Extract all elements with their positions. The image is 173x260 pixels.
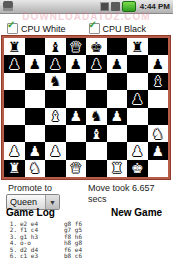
square-f6[interactable] [107,73,128,90]
square-c3[interactable] [45,125,66,142]
move-list: 1.e2 e4g8 f62.f1 c4g7 g53.g1 h3f8 h64.o-… [8,221,168,259]
square-g3[interactable] [127,125,148,142]
square-f5[interactable] [107,90,128,107]
black-move: b8 c6 [64,253,82,259]
square-d1[interactable]: ♛ [66,160,87,177]
square-e1[interactable] [86,160,107,177]
square-c5[interactable] [45,90,66,107]
square-c4[interactable]: ♝ [45,108,66,125]
cpu-toggle-row: ✓ CPU White ✓ CPU Black [7,22,167,35]
square-b8[interactable] [25,38,46,55]
square-b7[interactable]: ♟ [25,55,46,72]
square-e4[interactable]: ♞ [86,108,107,125]
chess-board-frame: ♜♝♛♚♜♟♟♟♟♟♟♟♞♝♟♝♟♞♟♝♞♟♟♟♟♟♜♞♛♜♚ [2,36,170,179]
app-icon [3,1,13,11]
black-pawn: ♟ [28,57,41,71]
square-h7[interactable]: ♟ [148,55,169,72]
square-d4[interactable]: ♟ [66,108,87,125]
white-king: ♚ [131,161,144,175]
square-d6[interactable] [66,73,87,90]
white-move: c1 e3 [20,253,54,259]
black-king: ♚ [90,40,103,54]
black-pawn: ♟ [8,57,21,71]
square-f4[interactable]: ♟ [107,108,128,125]
square-a6[interactable] [4,73,25,90]
square-f7[interactable]: ♟ [107,55,128,72]
square-g8[interactable]: ♜ [127,38,148,55]
square-e3[interactable]: ♝ [86,125,107,142]
check-icon: ✓ [89,20,97,30]
square-g4[interactable] [127,108,148,125]
square-g1[interactable]: ♚ [127,160,148,177]
black-bishop: ♝ [49,40,62,54]
black-pawn: ♟ [131,92,144,106]
square-a1[interactable]: ♜ [4,160,25,177]
square-h4[interactable] [148,108,169,125]
square-h3[interactable]: ♞ [148,125,169,142]
white-pawn: ♟ [131,144,144,158]
black-pawn: ♟ [110,57,123,71]
move-time-status: Move took 6.657 secs [88,183,168,205]
checkbox-box: ✓ [7,23,18,34]
square-g7[interactable] [127,55,148,72]
cpu-black-checkbox[interactable]: ✓ CPU Black [89,23,147,34]
square-e5[interactable] [86,90,107,107]
square-b1[interactable]: ♞ [25,160,46,177]
black-pawn: ♟ [151,57,164,71]
white-rook: ♜ [110,161,123,175]
square-e8[interactable]: ♚ [86,38,107,55]
move-number: 6. [8,253,17,259]
white-pawn: ♟ [110,109,123,123]
chess-board: ♜♝♛♚♜♟♟♟♟♟♟♟♞♝♟♝♟♞♟♝♞♟♟♟♟♟♜♞♛♜♚ [4,38,168,177]
square-b5[interactable] [25,90,46,107]
black-knight: ♞ [49,74,62,88]
square-c1[interactable] [45,160,66,177]
black-bishop: ♝ [151,74,164,88]
black-rook: ♜ [131,40,144,54]
square-c7[interactable]: ♟ [45,55,66,72]
square-f8[interactable] [107,38,128,55]
clock: 4:44 PM [138,2,171,11]
game-log-title: Game Log [6,207,55,218]
square-h8[interactable] [148,38,169,55]
square-h2[interactable]: ♟ [148,142,169,159]
white-pawn: ♟ [28,144,41,158]
square-g2[interactable]: ♟ [127,142,148,159]
cpu-white-label: CPU White [21,24,66,34]
black-pawn: ♟ [69,57,82,71]
black-queen: ♛ [69,40,82,54]
square-f3[interactable] [107,125,128,142]
white-knight: ♞ [151,127,164,141]
square-f2[interactable] [107,142,128,159]
black-pawn: ♟ [49,57,62,71]
black-pawn: ♟ [90,57,103,71]
square-a7[interactable]: ♟ [4,55,25,72]
square-a8[interactable]: ♜ [4,38,25,55]
white-knight: ♞ [28,161,41,175]
network-icon [100,2,109,11]
square-a3[interactable] [4,125,25,142]
white-pawn: ♟ [8,144,21,158]
square-b3[interactable] [25,125,46,142]
battery-icon [122,1,136,12]
square-b4[interactable] [25,108,46,125]
black-rook: ♜ [8,40,21,54]
square-d7[interactable]: ♟ [66,55,87,72]
square-b2[interactable]: ♟ [25,142,46,159]
promote-to-label: Promote to [8,183,52,193]
square-b6[interactable] [25,73,46,90]
square-e2[interactable] [86,142,107,159]
white-rook: ♜ [8,161,21,175]
square-d2[interactable] [66,142,87,159]
square-d3[interactable] [66,125,87,142]
cpu-white-checkbox[interactable]: ✓ CPU White [7,23,66,34]
black-knight: ♞ [90,109,103,123]
square-a2[interactable]: ♟ [4,142,25,159]
white-pawn: ♟ [151,144,164,158]
dropdown-value: Queen [7,197,37,207]
cpu-black-label: CPU Black [103,24,147,34]
status-bar: 4:44 PM [0,0,173,14]
square-e6[interactable] [86,73,107,90]
square-e7[interactable]: ♟ [86,55,107,72]
white-pawn: ♟ [69,109,82,123]
square-c8[interactable]: ♝ [45,38,66,55]
white-bishop: ♝ [90,127,103,141]
new-game-button[interactable]: New Game [111,207,162,218]
square-h6[interactable]: ♝ [148,73,169,90]
move-log-row: 6.c1 e3b8 c6 [8,253,168,259]
square-h1[interactable] [148,160,169,177]
square-h5[interactable] [148,90,169,107]
square-g5[interactable]: ♟ [127,90,148,107]
square-f1[interactable]: ♜ [107,160,128,177]
square-a4[interactable] [4,108,25,125]
square-a5[interactable] [4,90,25,107]
square-d5[interactable] [66,90,87,107]
square-c6[interactable]: ♞ [45,73,66,90]
check-icon: ✓ [7,20,15,30]
signal-icon [111,2,120,11]
white-pawn: ♟ [49,144,62,158]
white-bishop: ♝ [49,109,62,123]
white-queen: ♛ [69,161,82,175]
checkbox-box: ✓ [89,23,100,34]
square-g6[interactable] [127,73,148,90]
square-d8[interactable]: ♛ [66,38,87,55]
square-c2[interactable]: ♟ [45,142,66,159]
